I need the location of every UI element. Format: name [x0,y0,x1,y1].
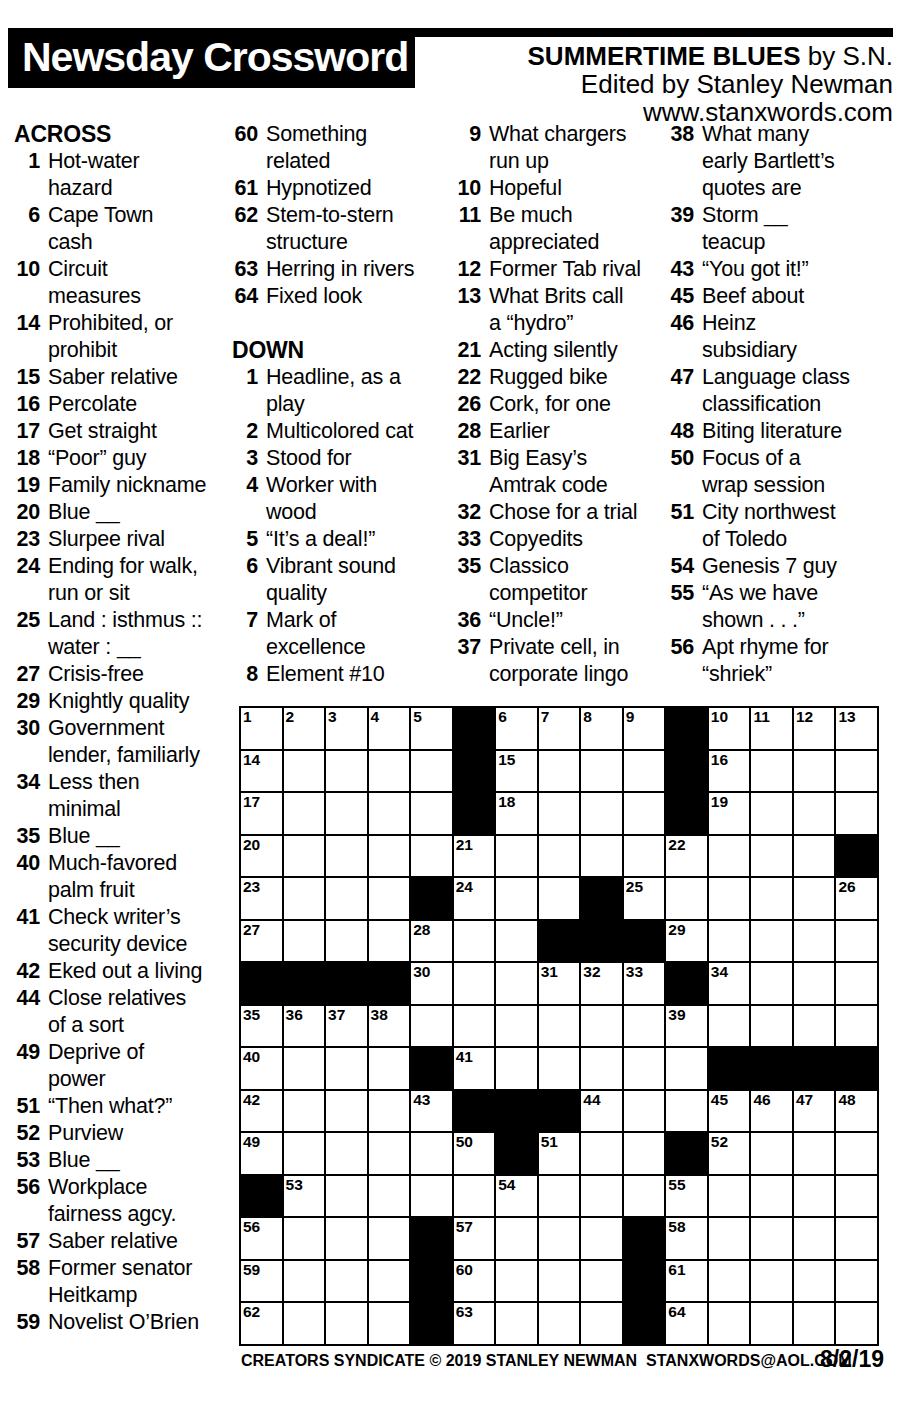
grid-cell[interactable] [326,836,367,877]
grid-cell[interactable] [581,1176,622,1217]
clue-item: 12 Former Tab rival [455,256,674,283]
clue-number: 51 [668,499,702,526]
clue-item: 61 Hypnotized [232,175,451,202]
grid-cell[interactable] [581,751,622,792]
cell-number: 64 [668,1303,685,1320]
grid-cell[interactable] [794,1006,835,1047]
cell-number: 16 [711,751,728,768]
grid-cell[interactable] [581,1006,622,1047]
grid-cell[interactable] [326,1048,367,1089]
grid-cell[interactable] [836,963,877,1004]
grid-cell[interactable] [751,1176,792,1217]
clue-number: 55 [668,580,702,607]
grid-cell[interactable] [666,878,707,919]
grid-cell[interactable]: 55 [666,1176,707,1217]
grid-cell[interactable] [751,751,792,792]
grid-cell[interactable] [411,793,452,834]
grid-cell[interactable] [326,921,367,962]
clue-item: 57 Saber relative [14,1228,233,1255]
grid-cell[interactable] [836,1261,877,1302]
grid-cell[interactable] [454,1176,495,1217]
clue-number: 48 [668,418,702,445]
clue-item: 9 What chargers run up [455,121,674,175]
grid-cell[interactable] [284,1048,325,1089]
grid-cell[interactable] [369,1091,410,1132]
clue-number: 23 [14,526,48,553]
grid-cell[interactable] [836,1133,877,1174]
grid-cell[interactable] [326,1218,367,1259]
grid-cell[interactable]: 16 [709,751,750,792]
cell-number: 60 [456,1261,473,1278]
cell-number: 56 [243,1218,260,1235]
grid-cell[interactable] [284,878,325,919]
grid-cell[interactable] [794,921,835,962]
grid-cell[interactable]: 3 [326,708,367,749]
clue-number: 6 [14,202,48,229]
clue-item: 1 Headline, as a play [232,364,451,418]
grid-cell[interactable]: 20 [241,836,282,877]
grid-cell[interactable]: 52 [709,1133,750,1174]
clue-number: 49 [14,1039,48,1066]
clue-item: 55 “As we have shown . . .” [668,580,887,634]
grid-cell[interactable] [326,878,367,919]
clue-item: 41 Check writer’s security device [14,904,233,958]
grid-cell[interactable]: 15 [496,751,537,792]
grid-cell[interactable] [539,1218,580,1259]
grid-cell[interactable] [411,1006,452,1047]
grid-cell[interactable]: 44 [581,1091,622,1132]
grid-cell[interactable]: 53 [284,1176,325,1217]
grid-cell[interactable] [581,793,622,834]
grid-cell[interactable] [624,793,665,834]
grid-cell[interactable]: 57 [454,1218,495,1259]
clue-text: Much-favored palm fruit [48,850,177,904]
clue-number: 52 [14,1120,48,1147]
grid-cell[interactable] [751,1006,792,1047]
grid-cell[interactable] [369,1261,410,1302]
clue-number: 22 [455,364,489,391]
clue-text: Fixed look [266,283,362,310]
grid-cell[interactable] [836,1303,877,1344]
grid-cell[interactable] [326,1133,367,1174]
grid-cell[interactable]: 45 [709,1091,750,1132]
newsday-crossword-banner: Newsday Crossword [8,28,415,88]
cell-number: 63 [456,1303,473,1320]
grid-cell[interactable] [581,1303,622,1344]
black-cell [411,1048,452,1089]
grid-cell[interactable] [539,1261,580,1302]
grid-cell[interactable] [581,1218,622,1259]
black-cell [666,708,707,749]
across-clues-part2: 60 Something related 61 Hypnotized 62 St… [232,121,451,310]
grid-cell[interactable] [326,1091,367,1132]
grid-cell[interactable] [624,1176,665,1217]
grid-cell[interactable]: 26 [836,878,877,919]
grid-cell[interactable] [794,963,835,1004]
grid-cell[interactable] [539,1176,580,1217]
clue-text: Former Tab rival [489,256,641,283]
grid-cell[interactable] [709,878,750,919]
clue-column-2: 60 Something related 61 Hypnotized 62 St… [232,121,451,688]
cell-number: 37 [328,1006,345,1023]
grid-cell[interactable] [751,1218,792,1259]
clue-number: 45 [668,283,702,310]
grid-cell[interactable]: 10 [709,708,750,749]
grid-cell[interactable]: 35 [241,1006,282,1047]
grid-cell[interactable] [751,878,792,919]
grid-cell[interactable] [326,1303,367,1344]
clue-item: 10 Circuit measures [14,256,233,310]
grid-cell[interactable]: 14 [241,751,282,792]
clue-text: Knightly quality [48,688,189,715]
clue-item: 35 Blue __ [14,823,233,850]
cell-number: 24 [456,878,473,895]
cell-number: 28 [413,921,430,938]
clue-number: 2 [232,418,266,445]
cell-number: 7 [541,708,550,725]
grid-cell[interactable]: 63 [454,1303,495,1344]
clue-text: Crisis-free [48,661,144,688]
grid-cell[interactable]: 11 [751,708,792,749]
grid-cell[interactable] [836,793,877,834]
cell-number: 25 [626,878,643,895]
clue-text: Saber relative [48,1228,178,1255]
grid-cell[interactable] [751,921,792,962]
grid-cell[interactable] [709,1303,750,1344]
grid-cell[interactable] [496,1048,537,1089]
grid-cell[interactable]: 31 [539,963,580,1004]
grid-cell[interactable]: 41 [454,1048,495,1089]
grid-cell[interactable] [709,1218,750,1259]
grid-cell[interactable] [539,751,580,792]
black-cell [454,708,495,749]
grid-cell[interactable] [624,836,665,877]
grid-cell[interactable] [326,1261,367,1302]
grid-cell[interactable] [624,1048,665,1089]
cell-number: 45 [711,1091,728,1108]
grid-cell[interactable] [411,1133,452,1174]
grid-cell[interactable]: 30 [411,963,452,1004]
clue-number: 64 [232,283,266,310]
grid-cell[interactable] [326,1176,367,1217]
grid-cell[interactable] [836,1218,877,1259]
grid-cell[interactable] [709,836,750,877]
clue-item: 39 Storm __ teacup [668,202,887,256]
grid-cell[interactable]: 37 [326,1006,367,1047]
grid-cell[interactable]: 36 [284,1006,325,1047]
clue-text: Apt rhyme for “shriek” [702,634,828,688]
grid-cell[interactable]: 46 [751,1091,792,1132]
grid-cell[interactable] [284,836,325,877]
clue-item: 28 Earlier [455,418,674,445]
black-cell [326,963,367,1004]
grid-cell[interactable] [369,751,410,792]
clue-text: Circuit measures [48,256,141,310]
clue-item: 6 Vibrant sound quality [232,553,451,607]
clue-number: 40 [14,850,48,877]
clue-number: 27 [14,661,48,688]
clue-item: 58 Former senator Heitkamp [14,1255,233,1309]
grid-cell[interactable] [496,878,537,919]
grid-cell[interactable] [836,921,877,962]
grid-cell[interactable] [454,963,495,1004]
black-cell [624,1303,665,1344]
cell-number: 2 [286,708,295,725]
grid-cell[interactable]: 6 [496,708,537,749]
black-cell [369,963,410,1004]
grid-cell[interactable]: 1 [241,708,282,749]
crossword-grid[interactable]: 1234567891011121314151617181920212223242… [239,706,879,1346]
grid-cell[interactable] [326,751,367,792]
grid-cell[interactable]: 42 [241,1091,282,1132]
grid-cell[interactable]: 24 [454,878,495,919]
clue-text: “Then what?” [48,1093,172,1120]
clue-item: 56 Workplace fairness agcy. [14,1174,233,1228]
clue-text: “You got it!” [702,256,809,283]
grid-cell[interactable] [666,1048,707,1089]
grid-cell[interactable] [284,1091,325,1132]
grid-cell[interactable]: 43 [411,1091,452,1132]
grid-cell[interactable]: 21 [454,836,495,877]
grid-cell[interactable]: 29 [666,921,707,962]
grid-cell[interactable] [369,836,410,877]
clue-text: Less then minimal [48,769,139,823]
grid-cell[interactable]: 18 [496,793,537,834]
clue-number: 46 [668,310,702,337]
clue-text: “It’s a deal!” [266,526,375,553]
clue-number: 36 [455,607,489,634]
grid-cell[interactable] [751,1133,792,1174]
grid-cell[interactable] [411,751,452,792]
clue-text: “As we have shown . . .” [702,580,818,634]
grid-cell[interactable]: 2 [284,708,325,749]
grid-cell[interactable] [709,1261,750,1302]
grid-cell[interactable] [539,1303,580,1344]
grid-cell[interactable] [539,793,580,834]
black-cell [624,1261,665,1302]
clue-text: Blue __ [48,823,120,850]
grid-cell[interactable] [496,921,537,962]
grid-cell[interactable]: 28 [411,921,452,962]
cell-number: 29 [668,921,685,938]
cell-number: 11 [753,708,769,725]
grid-cell[interactable] [284,1133,325,1174]
clue-text: Former senator Heitkamp [48,1255,192,1309]
grid-cell[interactable] [794,878,835,919]
grid-cell[interactable] [496,1218,537,1259]
grid-cell[interactable]: 47 [794,1091,835,1132]
clue-number: 33 [455,526,489,553]
grid-cell[interactable]: 62 [241,1303,282,1344]
grid-cell[interactable] [284,1303,325,1344]
grid-cell[interactable]: 13 [836,708,877,749]
grid-cell[interactable]: 49 [241,1133,282,1174]
grid-cell[interactable] [794,751,835,792]
grid-cell[interactable]: 12 [794,708,835,749]
newsday-crossword-page: Newsday Crossword SUMMERTIME BLUES by S.… [0,0,900,1407]
grid-cell[interactable] [369,793,410,834]
grid-cell[interactable] [794,1303,835,1344]
clue-number: 31 [455,445,489,472]
grid-cell[interactable] [496,963,537,1004]
grid-cell[interactable] [624,1133,665,1174]
grid-cell[interactable] [496,1261,537,1302]
grid-cell[interactable] [836,1006,877,1047]
grid-cell[interactable]: 61 [666,1261,707,1302]
grid-cell[interactable] [624,751,665,792]
grid-cell[interactable] [709,1006,750,1047]
clue-text: Saber relative [48,364,178,391]
grid-cell[interactable]: 51 [539,1133,580,1174]
grid-cell[interactable] [284,793,325,834]
clue-item: 8 Element #10 [232,661,451,688]
cell-number: 23 [243,878,260,895]
clue-text: Headline, as a play [266,364,401,418]
grid-cell[interactable] [581,1133,622,1174]
cell-number: 26 [838,878,855,895]
grid-cell[interactable] [794,1133,835,1174]
grid-cell[interactable]: 27 [241,921,282,962]
grid-cell[interactable] [709,1176,750,1217]
grid-cell[interactable]: 9 [624,708,665,749]
black-cell [624,1218,665,1259]
grid-cell[interactable] [666,1091,707,1132]
grid-cell[interactable] [751,963,792,1004]
grid-cell[interactable] [539,836,580,877]
grid-cell[interactable] [624,1006,665,1047]
grid-cell[interactable] [369,921,410,962]
grid-cell[interactable]: 48 [836,1091,877,1132]
black-cell [666,963,707,1004]
grid-cell[interactable]: 38 [369,1006,410,1047]
grid-cell[interactable]: 22 [666,836,707,877]
clue-item: 52 Purview [14,1120,233,1147]
clue-item: 51 City northwest of Toledo [668,499,887,553]
grid-cell[interactable] [794,1261,835,1302]
black-cell [454,1091,495,1132]
grid-cell[interactable] [581,1048,622,1089]
grid-cell[interactable]: 59 [241,1261,282,1302]
grid-cell[interactable]: 40 [241,1048,282,1089]
grid-cell[interactable]: 39 [666,1006,707,1047]
grid-cell[interactable] [794,1176,835,1217]
grid-cell[interactable] [411,836,452,877]
clue-item: 43 “You got it!” [668,256,887,283]
grid-cell[interactable]: 5 [411,708,452,749]
cell-number: 18 [498,793,515,810]
grid-cell[interactable] [581,1261,622,1302]
clue-number: 11 [455,202,489,229]
grid-cell[interactable] [751,836,792,877]
grid-cell[interactable] [369,1133,410,1174]
grid-cell[interactable]: 19 [709,793,750,834]
grid-cell[interactable]: 32 [581,963,622,1004]
grid-cell[interactable] [751,1303,792,1344]
grid-cell[interactable] [369,1303,410,1344]
grid-cell[interactable] [581,836,622,877]
grid-cell[interactable] [284,921,325,962]
grid-cell[interactable] [284,1218,325,1259]
clue-number: 35 [455,553,489,580]
grid-cell[interactable]: 54 [496,1176,537,1217]
grid-cell[interactable] [326,793,367,834]
grid-cell[interactable]: 7 [539,708,580,749]
grid-cell[interactable] [496,1006,537,1047]
grid-cell[interactable] [539,878,580,919]
cell-number: 13 [838,708,855,725]
grid-cell[interactable] [751,1261,792,1302]
grid-cell[interactable]: 60 [454,1261,495,1302]
grid-cell[interactable]: 23 [241,878,282,919]
grid-cell[interactable] [411,1176,452,1217]
grid-cell[interactable]: 25 [624,878,665,919]
cell-number: 38 [371,1006,388,1023]
cell-number: 4 [371,708,380,725]
grid-cell[interactable] [284,1261,325,1302]
puzzle-date: 8/2/19 [820,1346,884,1373]
grid-cell[interactable] [369,878,410,919]
grid-cell[interactable] [836,1176,877,1217]
grid-cell[interactable] [539,1006,580,1047]
grid-cell[interactable]: 17 [241,793,282,834]
black-cell [581,878,622,919]
grid-cell[interactable] [709,921,750,962]
clue-item: 6 Cape Town cash [14,202,233,256]
grid-cell[interactable]: 64 [666,1303,707,1344]
grid-cell[interactable]: 58 [666,1218,707,1259]
grid-cell[interactable] [794,793,835,834]
grid-cell[interactable] [836,751,877,792]
clue-number: 18 [14,445,48,472]
black-cell [836,1048,877,1089]
grid-cell[interactable] [751,793,792,834]
clue-item: 24 Ending for walk, run or sit [14,553,233,607]
clue-item: 64 Fixed look [232,283,451,310]
grid-cell[interactable]: 50 [454,1133,495,1174]
clue-number: 6 [232,553,266,580]
cell-number: 39 [668,1006,685,1023]
grid-cell[interactable] [369,1176,410,1217]
grid-cell[interactable]: 33 [624,963,665,1004]
black-cell [241,1176,282,1217]
grid-cell[interactable]: 34 [709,963,750,1004]
clue-text: Storm __ teacup [702,202,788,256]
grid-cell[interactable] [369,1218,410,1259]
grid-cell[interactable] [454,1006,495,1047]
grid-cell[interactable]: 4 [369,708,410,749]
clue-item: 10 Hopeful [455,175,674,202]
grid-cell[interactable]: 8 [581,708,622,749]
grid-cell[interactable] [284,751,325,792]
grid-cell[interactable] [539,1048,580,1089]
cell-number: 32 [583,963,600,980]
cell-number: 31 [541,963,558,980]
grid-cell[interactable] [794,836,835,877]
grid-cell[interactable] [454,921,495,962]
grid-cell[interactable] [624,1091,665,1132]
grid-cell[interactable] [794,1218,835,1259]
clue-item: 42 Eked out a living [14,958,233,985]
copyright-line: CREATORS SYNDICATE © 2019 STANLEY NEWMAN… [241,1352,852,1370]
clue-text: Mark of excellence [266,607,366,661]
grid-cell[interactable] [496,1303,537,1344]
grid-cell[interactable] [369,1048,410,1089]
grid-cell[interactable] [496,836,537,877]
cell-number: 27 [243,921,260,938]
grid-cell[interactable]: 56 [241,1218,282,1259]
clue-text: Hypnotized [266,175,372,202]
clue-text: Percolate [48,391,137,418]
